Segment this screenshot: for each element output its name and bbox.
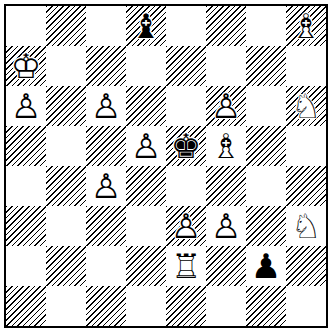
square-e3[interactable]: ♟♙: [166, 206, 206, 246]
piece-glyph: ♙: [166, 206, 206, 246]
chess-diagram: ♝♝♝♗♚♔♟♙♟♙♟♙♞♘♟♙♚♚♝♗♟♙♟♙♟♙♞♘♜♖♟♟: [0, 0, 332, 332]
square-c2[interactable]: [86, 246, 126, 286]
square-b8[interactable]: [46, 6, 86, 46]
square-b3[interactable]: [46, 206, 86, 246]
square-g8[interactable]: [246, 6, 286, 46]
piece-glyph: ♙: [86, 86, 126, 126]
black-pawn: ♟♟: [246, 246, 286, 286]
square-g1[interactable]: [246, 286, 286, 326]
square-e7[interactable]: [166, 46, 206, 86]
square-f1[interactable]: [206, 286, 246, 326]
square-a6[interactable]: ♟♙: [6, 86, 46, 126]
square-h4[interactable]: [286, 166, 326, 206]
square-g3[interactable]: [246, 206, 286, 246]
square-d6[interactable]: [126, 86, 166, 126]
square-b6[interactable]: [46, 86, 86, 126]
white-knight: ♞♘: [286, 206, 326, 246]
square-a8[interactable]: [6, 6, 46, 46]
white-knight: ♞♘: [286, 86, 326, 126]
piece-glyph: ♖: [166, 246, 206, 286]
white-king: ♚♔: [6, 46, 46, 86]
square-c3[interactable]: [86, 206, 126, 246]
square-a7[interactable]: ♚♔: [6, 46, 46, 86]
square-f5[interactable]: ♝♗: [206, 126, 246, 166]
square-c8[interactable]: [86, 6, 126, 46]
square-c1[interactable]: [86, 286, 126, 326]
black-king: ♚♚: [166, 126, 206, 166]
square-d7[interactable]: [126, 46, 166, 86]
piece-glyph: ♗: [286, 6, 326, 46]
square-h6[interactable]: ♞♘: [286, 86, 326, 126]
square-f6[interactable]: ♟♙: [206, 86, 246, 126]
square-d2[interactable]: [126, 246, 166, 286]
board-frame: ♝♝♝♗♚♔♟♙♟♙♟♙♞♘♟♙♚♚♝♗♟♙♟♙♟♙♞♘♜♖♟♟: [4, 4, 328, 328]
square-a5[interactable]: [6, 126, 46, 166]
white-pawn: ♟♙: [206, 206, 246, 246]
square-a3[interactable]: [6, 206, 46, 246]
piece-glyph: ♗: [206, 126, 246, 166]
square-c6[interactable]: ♟♙: [86, 86, 126, 126]
square-d3[interactable]: [126, 206, 166, 246]
piece-glyph: ♙: [126, 126, 166, 166]
square-e2[interactable]: ♜♖: [166, 246, 206, 286]
square-g5[interactable]: [246, 126, 286, 166]
piece-glyph: ♙: [206, 86, 246, 126]
square-e1[interactable]: [166, 286, 206, 326]
piece-glyph: ♘: [286, 86, 326, 126]
square-f4[interactable]: [206, 166, 246, 206]
piece-glyph: ♙: [6, 86, 46, 126]
square-d5[interactable]: ♟♙: [126, 126, 166, 166]
square-e4[interactable]: [166, 166, 206, 206]
square-a2[interactable]: [6, 246, 46, 286]
square-c5[interactable]: [86, 126, 126, 166]
square-b1[interactable]: [46, 286, 86, 326]
square-b5[interactable]: [46, 126, 86, 166]
square-b4[interactable]: [46, 166, 86, 206]
white-pawn: ♟♙: [206, 86, 246, 126]
square-f3[interactable]: ♟♙: [206, 206, 246, 246]
square-g4[interactable]: [246, 166, 286, 206]
white-bishop: ♝♗: [206, 126, 246, 166]
square-h8[interactable]: ♝♗: [286, 6, 326, 46]
square-d1[interactable]: [126, 286, 166, 326]
white-pawn: ♟♙: [86, 86, 126, 126]
square-f8[interactable]: [206, 6, 246, 46]
white-pawn: ♟♙: [126, 126, 166, 166]
square-b7[interactable]: [46, 46, 86, 86]
square-g6[interactable]: [246, 86, 286, 126]
square-h2[interactable]: [286, 246, 326, 286]
piece-glyph: ♙: [86, 166, 126, 206]
square-e8[interactable]: [166, 6, 206, 46]
white-pawn: ♟♙: [166, 206, 206, 246]
white-pawn: ♟♙: [6, 86, 46, 126]
piece-glyph: ♚: [166, 126, 206, 166]
white-rook: ♜♖: [166, 246, 206, 286]
piece-glyph: ♘: [286, 206, 326, 246]
piece-glyph: ♟: [246, 246, 286, 286]
chess-board: ♝♝♝♗♚♔♟♙♟♙♟♙♞♘♟♙♚♚♝♗♟♙♟♙♟♙♞♘♜♖♟♟: [6, 6, 326, 326]
square-h3[interactable]: ♞♘: [286, 206, 326, 246]
square-f2[interactable]: [206, 246, 246, 286]
black-bishop: ♝♝: [126, 6, 166, 46]
square-e6[interactable]: [166, 86, 206, 126]
square-f7[interactable]: [206, 46, 246, 86]
piece-glyph: ♙: [206, 206, 246, 246]
piece-glyph: ♔: [6, 46, 46, 86]
square-a1[interactable]: [6, 286, 46, 326]
square-c7[interactable]: [86, 46, 126, 86]
square-d8[interactable]: ♝♝: [126, 6, 166, 46]
piece-glyph: ♝: [126, 6, 166, 46]
square-g7[interactable]: [246, 46, 286, 86]
square-e5[interactable]: ♚♚: [166, 126, 206, 166]
square-h5[interactable]: [286, 126, 326, 166]
square-c4[interactable]: ♟♙: [86, 166, 126, 206]
square-h1[interactable]: [286, 286, 326, 326]
white-bishop: ♝♗: [286, 6, 326, 46]
white-pawn: ♟♙: [86, 166, 126, 206]
square-b2[interactable]: [46, 246, 86, 286]
square-a4[interactable]: [6, 166, 46, 206]
square-g2[interactable]: ♟♟: [246, 246, 286, 286]
square-d4[interactable]: [126, 166, 166, 206]
square-h7[interactable]: [286, 46, 326, 86]
